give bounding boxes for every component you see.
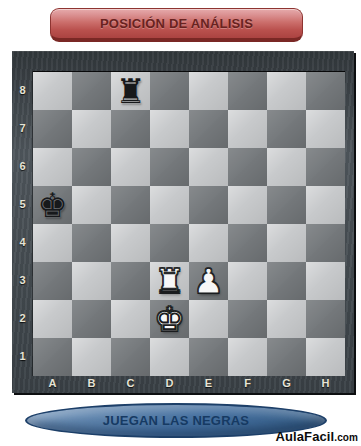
file-label-g: G [267, 375, 306, 393]
square-d7[interactable] [150, 110, 189, 148]
rank-label-5: 5 [12, 185, 33, 223]
square-h6[interactable] [306, 148, 345, 186]
square-c2[interactable] [111, 300, 150, 338]
square-c1[interactable] [111, 338, 150, 376]
aulafacil-tld: .com [334, 432, 358, 443]
square-d5[interactable] [150, 186, 189, 224]
black-rook: ♜ [115, 72, 145, 110]
square-b3[interactable] [72, 262, 111, 300]
turn-banner-label: JUEGAN LAS NEGRAS [103, 413, 249, 428]
analysis-banner: POSICIÓN DE ANÁLISIS [50, 8, 303, 42]
square-f4[interactable] [228, 224, 267, 262]
square-c7[interactable] [111, 110, 150, 148]
square-e2[interactable] [189, 300, 228, 338]
square-b6[interactable] [72, 148, 111, 186]
rank-label-2: 2 [12, 299, 33, 337]
square-f1[interactable] [228, 338, 267, 376]
square-d6[interactable] [150, 148, 189, 186]
square-a7[interactable] [33, 110, 72, 148]
square-f2[interactable] [228, 300, 267, 338]
square-b7[interactable] [72, 110, 111, 148]
file-label-b: B [72, 375, 111, 393]
square-c4[interactable] [111, 224, 150, 262]
rank-label-7: 7 [12, 109, 33, 147]
file-label-h: H [306, 375, 345, 393]
square-c8[interactable]: ♜ [111, 72, 150, 110]
file-label-e: E [189, 375, 228, 393]
chess-board-frame: 87654321 ♜♚♜♟♚ ABCDEFGH [12, 51, 354, 393]
square-g8[interactable] [267, 72, 306, 110]
square-a3[interactable] [33, 262, 72, 300]
rank-label-8: 8 [12, 71, 33, 109]
square-e4[interactable] [189, 224, 228, 262]
square-e3[interactable]: ♟ [189, 262, 228, 300]
square-g7[interactable] [267, 110, 306, 148]
square-e6[interactable] [189, 148, 228, 186]
square-d2[interactable]: ♚ [150, 300, 189, 338]
square-b4[interactable] [72, 224, 111, 262]
square-b5[interactable] [72, 186, 111, 224]
square-d4[interactable] [150, 224, 189, 262]
square-b1[interactable] [72, 338, 111, 376]
square-h7[interactable] [306, 110, 345, 148]
square-c6[interactable] [111, 148, 150, 186]
square-h1[interactable] [306, 338, 345, 376]
square-d3[interactable]: ♜ [150, 262, 189, 300]
square-b8[interactable] [72, 72, 111, 110]
square-a2[interactable] [33, 300, 72, 338]
file-labels: ABCDEFGH [33, 375, 345, 393]
file-label-a: A [33, 375, 72, 393]
square-g5[interactable] [267, 186, 306, 224]
square-h5[interactable] [306, 186, 345, 224]
analysis-banner-label: POSICIÓN DE ANÁLISIS [100, 16, 253, 31]
square-g6[interactable] [267, 148, 306, 186]
square-h8[interactable] [306, 72, 345, 110]
rank-label-4: 4 [12, 223, 33, 261]
square-e7[interactable] [189, 110, 228, 148]
square-a5[interactable]: ♚ [33, 186, 72, 224]
white-rook: ♜ [154, 262, 184, 300]
rank-label-6: 6 [12, 147, 33, 185]
square-h3[interactable] [306, 262, 345, 300]
square-a1[interactable] [33, 338, 72, 376]
board-grid: ♜♚♜♟♚ [33, 71, 345, 376]
square-e5[interactable] [189, 186, 228, 224]
rank-label-1: 1 [12, 337, 33, 375]
square-b2[interactable] [72, 300, 111, 338]
file-label-f: F [228, 375, 267, 393]
square-e1[interactable] [189, 338, 228, 376]
file-label-d: D [150, 375, 189, 393]
rank-labels: 87654321 [12, 71, 33, 375]
square-g1[interactable] [267, 338, 306, 376]
black-king: ♚ [37, 186, 67, 224]
square-f7[interactable] [228, 110, 267, 148]
square-a4[interactable] [33, 224, 72, 262]
square-f6[interactable] [228, 148, 267, 186]
rank-label-3: 3 [12, 261, 33, 299]
square-c5[interactable] [111, 186, 150, 224]
aulafacil-name: AulaFacil [276, 429, 335, 444]
square-f5[interactable] [228, 186, 267, 224]
square-h2[interactable] [306, 300, 345, 338]
square-g2[interactable] [267, 300, 306, 338]
square-f8[interactable] [228, 72, 267, 110]
square-f3[interactable] [228, 262, 267, 300]
square-e8[interactable] [189, 72, 228, 110]
square-c3[interactable] [111, 262, 150, 300]
square-a6[interactable] [33, 148, 72, 186]
square-d1[interactable] [150, 338, 189, 376]
file-label-c: C [111, 375, 150, 393]
white-king: ♚ [154, 300, 184, 338]
square-g3[interactable] [267, 262, 306, 300]
square-h4[interactable] [306, 224, 345, 262]
aulafacil-watermark: AulaFacil.com [276, 429, 358, 444]
square-a8[interactable] [33, 72, 72, 110]
square-g4[interactable] [267, 224, 306, 262]
white-pawn: ♟ [193, 262, 223, 300]
square-d8[interactable] [150, 72, 189, 110]
